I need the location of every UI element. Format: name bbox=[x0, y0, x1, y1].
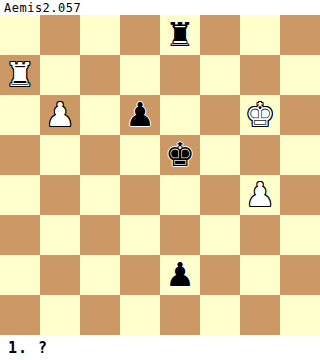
square-c5[interactable] bbox=[80, 135, 120, 175]
white-king[interactable]: ♚ bbox=[240, 95, 280, 135]
square-e2[interactable]: ♟ bbox=[160, 255, 200, 295]
square-h8[interactable] bbox=[280, 15, 320, 55]
square-e8[interactable]: ♜ bbox=[160, 15, 200, 55]
square-a5[interactable] bbox=[0, 135, 40, 175]
square-h3[interactable] bbox=[280, 215, 320, 255]
square-a8[interactable] bbox=[0, 15, 40, 55]
square-d6[interactable]: ♟ bbox=[120, 95, 160, 135]
square-f6[interactable] bbox=[200, 95, 240, 135]
black-pawn[interactable]: ♟ bbox=[160, 255, 200, 295]
square-g6[interactable]: ♚ bbox=[240, 95, 280, 135]
square-d4[interactable] bbox=[120, 175, 160, 215]
black-pawn[interactable]: ♟ bbox=[120, 95, 160, 135]
square-a7[interactable]: ♜ bbox=[0, 55, 40, 95]
square-e1[interactable] bbox=[160, 295, 200, 335]
square-g7[interactable] bbox=[240, 55, 280, 95]
white-rook[interactable]: ♜ bbox=[0, 55, 40, 95]
white-pawn[interactable]: ♟ bbox=[40, 95, 80, 135]
square-a6[interactable] bbox=[0, 95, 40, 135]
square-e7[interactable] bbox=[160, 55, 200, 95]
square-c6[interactable] bbox=[80, 95, 120, 135]
square-b7[interactable] bbox=[40, 55, 80, 95]
square-a3[interactable] bbox=[0, 215, 40, 255]
square-d5[interactable] bbox=[120, 135, 160, 175]
square-d3[interactable] bbox=[120, 215, 160, 255]
square-h7[interactable] bbox=[280, 55, 320, 95]
square-a1[interactable] bbox=[0, 295, 40, 335]
square-f3[interactable] bbox=[200, 215, 240, 255]
square-g1[interactable] bbox=[240, 295, 280, 335]
black-rook[interactable]: ♜ bbox=[160, 15, 200, 55]
square-b1[interactable] bbox=[40, 295, 80, 335]
square-g2[interactable] bbox=[240, 255, 280, 295]
square-f8[interactable] bbox=[200, 15, 240, 55]
square-f7[interactable] bbox=[200, 55, 240, 95]
move-prompt: 1. ? bbox=[8, 339, 48, 357]
square-c2[interactable] bbox=[80, 255, 120, 295]
chess-board: ♜♜♟♟♚♚♟♟ bbox=[0, 15, 320, 335]
square-h6[interactable] bbox=[280, 95, 320, 135]
square-c8[interactable] bbox=[80, 15, 120, 55]
square-b8[interactable] bbox=[40, 15, 80, 55]
square-g3[interactable] bbox=[240, 215, 280, 255]
square-e6[interactable] bbox=[160, 95, 200, 135]
square-f1[interactable] bbox=[200, 295, 240, 335]
square-b2[interactable] bbox=[40, 255, 80, 295]
square-h4[interactable] bbox=[280, 175, 320, 215]
square-d2[interactable] bbox=[120, 255, 160, 295]
square-g5[interactable] bbox=[240, 135, 280, 175]
square-b3[interactable] bbox=[40, 215, 80, 255]
square-d7[interactable] bbox=[120, 55, 160, 95]
square-e4[interactable] bbox=[160, 175, 200, 215]
square-a4[interactable] bbox=[0, 175, 40, 215]
square-c3[interactable] bbox=[80, 215, 120, 255]
square-f4[interactable] bbox=[200, 175, 240, 215]
white-pawn[interactable]: ♟ bbox=[240, 175, 280, 215]
square-h2[interactable] bbox=[280, 255, 320, 295]
square-f5[interactable] bbox=[200, 135, 240, 175]
square-c7[interactable] bbox=[80, 55, 120, 95]
square-d8[interactable] bbox=[120, 15, 160, 55]
square-b4[interactable] bbox=[40, 175, 80, 215]
square-g8[interactable] bbox=[240, 15, 280, 55]
status-bar: 1. ? bbox=[0, 335, 320, 360]
title-bar: Aemis2.057 bbox=[0, 0, 320, 15]
square-c4[interactable] bbox=[80, 175, 120, 215]
square-h1[interactable] bbox=[280, 295, 320, 335]
chess-app-window: Aemis2.057 ♜♜♟♟♚♚♟♟ 1. ? bbox=[0, 0, 320, 360]
square-g4[interactable]: ♟ bbox=[240, 175, 280, 215]
square-f2[interactable] bbox=[200, 255, 240, 295]
page-title: Aemis2.057 bbox=[4, 2, 81, 14]
square-e3[interactable] bbox=[160, 215, 200, 255]
square-d1[interactable] bbox=[120, 295, 160, 335]
square-h5[interactable] bbox=[280, 135, 320, 175]
square-b6[interactable]: ♟ bbox=[40, 95, 80, 135]
square-e5[interactable]: ♚ bbox=[160, 135, 200, 175]
square-a2[interactable] bbox=[0, 255, 40, 295]
black-king[interactable]: ♚ bbox=[160, 135, 200, 175]
square-b5[interactable] bbox=[40, 135, 80, 175]
square-c1[interactable] bbox=[80, 295, 120, 335]
